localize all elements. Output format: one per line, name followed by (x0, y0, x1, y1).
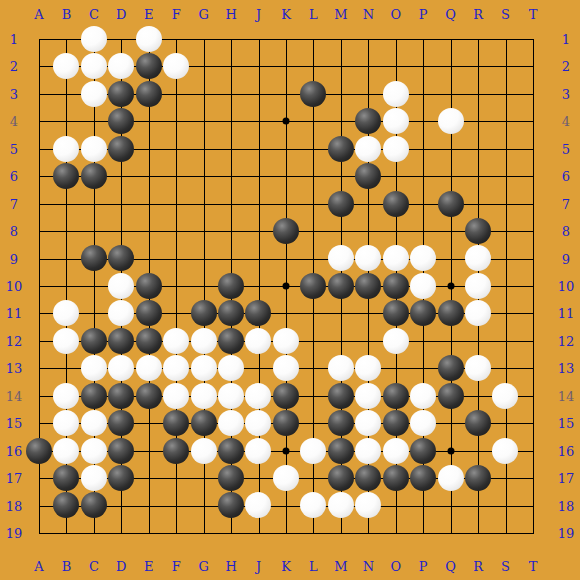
intersection[interactable] (108, 108, 135, 135)
intersection[interactable] (80, 25, 107, 52)
intersection[interactable] (382, 190, 409, 217)
intersection[interactable] (53, 135, 80, 162)
intersection[interactable] (409, 217, 436, 244)
intersection[interactable] (492, 217, 519, 244)
intersection[interactable] (492, 300, 519, 327)
intersection[interactable] (300, 217, 327, 244)
intersection[interactable] (135, 382, 162, 409)
intersection[interactable] (355, 25, 382, 52)
intersection[interactable] (409, 464, 436, 491)
intersection[interactable] (25, 300, 52, 327)
intersection[interactable] (464, 355, 491, 382)
intersection[interactable] (53, 53, 80, 80)
intersection[interactable] (162, 300, 189, 327)
intersection[interactable] (135, 492, 162, 519)
intersection[interactable] (409, 53, 436, 80)
intersection[interactable] (300, 300, 327, 327)
intersection[interactable] (464, 53, 491, 80)
intersection[interactable] (25, 492, 52, 519)
intersection[interactable] (327, 437, 354, 464)
intersection[interactable] (217, 80, 244, 107)
intersection[interactable] (272, 162, 299, 189)
intersection[interactable] (327, 409, 354, 436)
intersection[interactable] (190, 190, 217, 217)
intersection[interactable] (327, 464, 354, 491)
intersection[interactable] (327, 492, 354, 519)
intersection[interactable] (519, 53, 546, 80)
intersection[interactable] (190, 492, 217, 519)
intersection[interactable] (190, 437, 217, 464)
intersection[interactable] (217, 382, 244, 409)
intersection[interactable] (80, 245, 107, 272)
intersection[interactable] (492, 108, 519, 135)
intersection[interactable] (519, 327, 546, 354)
intersection[interactable] (464, 135, 491, 162)
intersection[interactable] (492, 382, 519, 409)
intersection[interactable] (108, 25, 135, 52)
intersection[interactable] (492, 519, 519, 546)
intersection[interactable] (437, 382, 464, 409)
intersection[interactable] (135, 80, 162, 107)
intersection[interactable] (162, 519, 189, 546)
intersection[interactable] (217, 327, 244, 354)
intersection[interactable] (190, 272, 217, 299)
intersection[interactable] (162, 409, 189, 436)
intersection[interactable] (108, 135, 135, 162)
intersection[interactable] (272, 217, 299, 244)
intersection[interactable] (108, 272, 135, 299)
intersection[interactable] (300, 327, 327, 354)
intersection[interactable] (519, 300, 546, 327)
intersection[interactable] (80, 464, 107, 491)
intersection[interactable] (190, 300, 217, 327)
intersection[interactable] (108, 437, 135, 464)
intersection[interactable] (135, 245, 162, 272)
intersection[interactable] (519, 162, 546, 189)
intersection[interactable] (162, 162, 189, 189)
intersection[interactable] (464, 382, 491, 409)
intersection[interactable] (53, 382, 80, 409)
intersection[interactable] (162, 108, 189, 135)
intersection[interactable] (162, 190, 189, 217)
intersection[interactable] (217, 190, 244, 217)
intersection[interactable] (80, 80, 107, 107)
intersection[interactable] (464, 162, 491, 189)
intersection[interactable] (53, 217, 80, 244)
intersection[interactable] (300, 382, 327, 409)
intersection[interactable] (327, 108, 354, 135)
intersection[interactable] (217, 492, 244, 519)
intersection[interactable] (80, 382, 107, 409)
intersection[interactable] (245, 162, 272, 189)
intersection[interactable] (327, 272, 354, 299)
intersection[interactable] (382, 382, 409, 409)
intersection[interactable] (108, 519, 135, 546)
intersection[interactable] (409, 245, 436, 272)
intersection[interactable] (245, 327, 272, 354)
intersection[interactable] (162, 464, 189, 491)
intersection[interactable] (53, 162, 80, 189)
intersection[interactable] (53, 437, 80, 464)
intersection[interactable] (190, 25, 217, 52)
intersection[interactable] (217, 464, 244, 491)
intersection[interactable] (300, 464, 327, 491)
intersection[interactable] (492, 53, 519, 80)
intersection[interactable] (25, 272, 52, 299)
intersection[interactable] (80, 355, 107, 382)
intersection[interactable] (382, 53, 409, 80)
intersection[interactable] (53, 190, 80, 217)
intersection[interactable] (464, 217, 491, 244)
intersection[interactable] (108, 53, 135, 80)
intersection[interactable] (162, 492, 189, 519)
intersection[interactable] (162, 80, 189, 107)
intersection[interactable] (108, 409, 135, 436)
intersection[interactable] (437, 327, 464, 354)
intersection[interactable] (245, 53, 272, 80)
intersection[interactable] (382, 108, 409, 135)
intersection[interactable] (355, 272, 382, 299)
intersection[interactable] (80, 135, 107, 162)
intersection[interactable] (135, 162, 162, 189)
intersection[interactable] (25, 135, 52, 162)
intersection[interactable] (53, 519, 80, 546)
intersection[interactable] (135, 464, 162, 491)
intersection[interactable] (382, 437, 409, 464)
intersection[interactable] (300, 190, 327, 217)
intersection[interactable] (80, 409, 107, 436)
intersection[interactable] (217, 217, 244, 244)
intersection[interactable] (135, 300, 162, 327)
intersection[interactable] (53, 355, 80, 382)
intersection[interactable] (437, 135, 464, 162)
intersection[interactable] (25, 327, 52, 354)
intersection[interactable] (190, 245, 217, 272)
intersection[interactable] (409, 108, 436, 135)
intersection[interactable] (108, 300, 135, 327)
intersection[interactable] (300, 25, 327, 52)
intersection[interactable] (190, 327, 217, 354)
intersection[interactable] (437, 162, 464, 189)
intersection[interactable] (80, 300, 107, 327)
intersection[interactable] (245, 300, 272, 327)
intersection[interactable] (409, 25, 436, 52)
intersection[interactable] (80, 217, 107, 244)
intersection[interactable] (382, 409, 409, 436)
intersection[interactable] (409, 135, 436, 162)
intersection[interactable] (327, 135, 354, 162)
intersection[interactable] (464, 300, 491, 327)
intersection[interactable] (190, 409, 217, 436)
intersection[interactable] (53, 409, 80, 436)
intersection[interactable] (437, 464, 464, 491)
intersection[interactable] (300, 53, 327, 80)
intersection[interactable] (190, 382, 217, 409)
intersection[interactable] (409, 80, 436, 107)
intersection[interactable] (272, 25, 299, 52)
intersection[interactable] (162, 355, 189, 382)
intersection[interactable] (437, 492, 464, 519)
intersection[interactable] (272, 190, 299, 217)
intersection[interactable] (25, 217, 52, 244)
intersection[interactable] (25, 53, 52, 80)
intersection[interactable] (217, 300, 244, 327)
intersection[interactable] (272, 355, 299, 382)
intersection[interactable] (437, 25, 464, 52)
intersection[interactable] (519, 382, 546, 409)
intersection[interactable] (135, 108, 162, 135)
intersection[interactable] (245, 25, 272, 52)
intersection[interactable] (245, 245, 272, 272)
intersection[interactable] (519, 190, 546, 217)
intersection[interactable] (437, 245, 464, 272)
intersection[interactable] (437, 409, 464, 436)
intersection[interactable] (464, 327, 491, 354)
intersection[interactable] (382, 272, 409, 299)
intersection[interactable] (464, 464, 491, 491)
intersection[interactable] (272, 437, 299, 464)
intersection[interactable] (108, 382, 135, 409)
intersection[interactable] (217, 53, 244, 80)
intersection[interactable] (217, 272, 244, 299)
intersection[interactable] (25, 409, 52, 436)
intersection[interactable] (382, 355, 409, 382)
intersection[interactable] (80, 327, 107, 354)
intersection[interactable] (519, 25, 546, 52)
intersection[interactable] (355, 409, 382, 436)
intersection[interactable] (355, 382, 382, 409)
intersection[interactable] (327, 53, 354, 80)
intersection[interactable] (272, 300, 299, 327)
intersection[interactable] (437, 272, 464, 299)
intersection[interactable] (135, 272, 162, 299)
intersection[interactable] (437, 217, 464, 244)
intersection[interactable] (108, 217, 135, 244)
intersection[interactable] (53, 300, 80, 327)
intersection[interactable] (80, 53, 107, 80)
intersection[interactable] (519, 355, 546, 382)
intersection[interactable] (327, 80, 354, 107)
intersection[interactable] (382, 300, 409, 327)
intersection[interactable] (272, 492, 299, 519)
intersection[interactable] (245, 108, 272, 135)
intersection[interactable] (464, 25, 491, 52)
intersection[interactable] (217, 162, 244, 189)
intersection[interactable] (25, 108, 52, 135)
intersection[interactable] (492, 409, 519, 436)
intersection[interactable] (162, 135, 189, 162)
intersection[interactable] (300, 135, 327, 162)
intersection[interactable] (190, 355, 217, 382)
intersection[interactable] (409, 327, 436, 354)
intersection[interactable] (437, 519, 464, 546)
intersection[interactable] (272, 519, 299, 546)
intersection[interactable] (272, 382, 299, 409)
intersection[interactable] (217, 108, 244, 135)
intersection[interactable] (245, 217, 272, 244)
intersection[interactable] (355, 135, 382, 162)
intersection[interactable] (53, 327, 80, 354)
intersection[interactable] (382, 327, 409, 354)
intersection[interactable] (464, 108, 491, 135)
intersection[interactable] (190, 464, 217, 491)
intersection[interactable] (492, 190, 519, 217)
intersection[interactable] (519, 108, 546, 135)
intersection[interactable] (272, 327, 299, 354)
intersection[interactable] (355, 300, 382, 327)
intersection[interactable] (162, 382, 189, 409)
intersection[interactable] (355, 162, 382, 189)
intersection[interactable] (409, 382, 436, 409)
intersection[interactable] (25, 25, 52, 52)
intersection[interactable] (492, 437, 519, 464)
intersection[interactable] (25, 245, 52, 272)
intersection[interactable] (108, 327, 135, 354)
intersection[interactable] (327, 355, 354, 382)
intersection[interactable] (80, 492, 107, 519)
intersection[interactable] (135, 327, 162, 354)
intersection[interactable] (409, 492, 436, 519)
intersection[interactable] (382, 162, 409, 189)
intersection[interactable] (327, 382, 354, 409)
intersection[interactable] (245, 464, 272, 491)
intersection[interactable] (382, 135, 409, 162)
intersection[interactable] (108, 492, 135, 519)
intersection[interactable] (382, 25, 409, 52)
intersection[interactable] (519, 80, 546, 107)
intersection[interactable] (437, 190, 464, 217)
intersection[interactable] (162, 53, 189, 80)
intersection[interactable] (108, 355, 135, 382)
intersection[interactable] (162, 217, 189, 244)
intersection[interactable] (492, 464, 519, 491)
intersection[interactable] (300, 245, 327, 272)
intersection[interactable] (80, 162, 107, 189)
intersection[interactable] (409, 162, 436, 189)
intersection[interactable] (355, 492, 382, 519)
intersection[interactable] (272, 245, 299, 272)
intersection[interactable] (437, 355, 464, 382)
intersection[interactable] (272, 409, 299, 436)
intersection[interactable] (80, 272, 107, 299)
intersection[interactable] (519, 272, 546, 299)
intersection[interactable] (519, 217, 546, 244)
intersection[interactable] (245, 190, 272, 217)
intersection[interactable] (245, 80, 272, 107)
intersection[interactable] (519, 409, 546, 436)
intersection[interactable] (80, 108, 107, 135)
intersection[interactable] (108, 80, 135, 107)
intersection[interactable] (492, 272, 519, 299)
intersection[interactable] (437, 53, 464, 80)
intersection[interactable] (300, 272, 327, 299)
intersection[interactable] (25, 519, 52, 546)
intersection[interactable] (217, 355, 244, 382)
intersection[interactable] (409, 437, 436, 464)
intersection[interactable] (300, 108, 327, 135)
intersection[interactable] (108, 162, 135, 189)
intersection[interactable] (272, 53, 299, 80)
intersection[interactable] (355, 519, 382, 546)
intersection[interactable] (492, 355, 519, 382)
intersection[interactable] (519, 437, 546, 464)
intersection[interactable] (437, 437, 464, 464)
intersection[interactable] (300, 162, 327, 189)
intersection[interactable] (327, 25, 354, 52)
intersection[interactable] (519, 519, 546, 546)
intersection[interactable] (53, 108, 80, 135)
intersection[interactable] (135, 355, 162, 382)
intersection[interactable] (327, 519, 354, 546)
intersection[interactable] (53, 245, 80, 272)
intersection[interactable] (355, 53, 382, 80)
intersection[interactable] (135, 190, 162, 217)
intersection[interactable] (217, 25, 244, 52)
intersection[interactable] (327, 162, 354, 189)
intersection[interactable] (492, 492, 519, 519)
intersection[interactable] (272, 108, 299, 135)
intersection[interactable] (190, 135, 217, 162)
intersection[interactable] (272, 80, 299, 107)
intersection[interactable] (492, 327, 519, 354)
intersection[interactable] (245, 409, 272, 436)
intersection[interactable] (464, 437, 491, 464)
intersection[interactable] (382, 464, 409, 491)
intersection[interactable] (464, 190, 491, 217)
intersection[interactable] (409, 272, 436, 299)
intersection[interactable] (135, 217, 162, 244)
intersection[interactable] (135, 519, 162, 546)
intersection[interactable] (300, 409, 327, 436)
intersection[interactable] (162, 327, 189, 354)
intersection[interactable] (355, 80, 382, 107)
intersection[interactable] (245, 437, 272, 464)
intersection[interactable] (190, 53, 217, 80)
intersection[interactable] (327, 245, 354, 272)
intersection[interactable] (300, 437, 327, 464)
intersection[interactable] (300, 80, 327, 107)
intersection[interactable] (300, 355, 327, 382)
intersection[interactable] (25, 162, 52, 189)
intersection[interactable] (135, 409, 162, 436)
intersection[interactable] (272, 464, 299, 491)
intersection[interactable] (245, 382, 272, 409)
intersection[interactable] (190, 108, 217, 135)
intersection[interactable] (245, 272, 272, 299)
intersection[interactable] (135, 53, 162, 80)
intersection[interactable] (217, 245, 244, 272)
intersection[interactable] (519, 464, 546, 491)
intersection[interactable] (53, 80, 80, 107)
intersection[interactable] (80, 519, 107, 546)
intersection[interactable] (190, 162, 217, 189)
intersection[interactable] (355, 245, 382, 272)
intersection[interactable] (327, 300, 354, 327)
intersection[interactable] (25, 190, 52, 217)
intersection[interactable] (464, 245, 491, 272)
intersection[interactable] (382, 492, 409, 519)
intersection[interactable] (135, 437, 162, 464)
intersection[interactable] (409, 190, 436, 217)
intersection[interactable] (355, 327, 382, 354)
intersection[interactable] (25, 437, 52, 464)
intersection[interactable] (217, 135, 244, 162)
intersection[interactable] (190, 217, 217, 244)
intersection[interactable] (245, 492, 272, 519)
intersection[interactable] (53, 272, 80, 299)
intersection[interactable] (217, 409, 244, 436)
intersection[interactable] (327, 327, 354, 354)
